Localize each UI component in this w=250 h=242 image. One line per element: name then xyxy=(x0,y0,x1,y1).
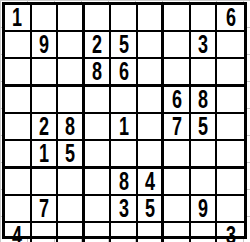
cell-r5c6[interactable] xyxy=(138,114,165,141)
given-digit: 1 xyxy=(118,114,128,139)
given-digit: 4 xyxy=(12,223,22,242)
cell-r2c5[interactable]: 5 xyxy=(111,32,138,59)
cell-r4c5[interactable] xyxy=(111,87,138,114)
cell-r1c8[interactable] xyxy=(191,5,218,32)
cell-r7c3[interactable] xyxy=(58,169,85,196)
cell-r2c1[interactable] xyxy=(5,32,32,59)
cell-r2c8[interactable]: 3 xyxy=(191,32,218,59)
given-digit: 6 xyxy=(226,5,236,30)
cell-r7c9[interactable] xyxy=(217,169,244,196)
cell-r1c6[interactable] xyxy=(138,5,165,32)
cell-r6c8[interactable] xyxy=(191,141,218,169)
cell-r9c4[interactable] xyxy=(85,223,112,242)
cell-r4c6[interactable] xyxy=(138,87,165,114)
cell-r5c7[interactable]: 7 xyxy=(164,114,191,141)
given-digit: 5 xyxy=(145,196,155,221)
cell-r6c6[interactable] xyxy=(138,141,165,169)
cell-r5c4[interactable] xyxy=(85,114,112,141)
cell-r2c3[interactable] xyxy=(58,32,85,59)
cell-r6c2[interactable]: 1 xyxy=(32,141,59,169)
cell-r9c8[interactable] xyxy=(191,223,218,242)
given-digit: 5 xyxy=(65,141,75,166)
cell-r4c9[interactable] xyxy=(217,87,244,114)
given-digit: 7 xyxy=(39,196,49,221)
cell-r9c2[interactable] xyxy=(32,223,59,242)
cell-r3c6[interactable] xyxy=(138,59,165,87)
given-digit: 4 xyxy=(145,169,155,194)
cell-r1c1[interactable]: 1 xyxy=(5,5,32,32)
given-digit: 8 xyxy=(65,114,75,139)
cell-r7c4[interactable] xyxy=(85,169,112,196)
cell-r8c3[interactable] xyxy=(58,196,85,223)
given-digit: 5 xyxy=(118,32,128,57)
given-digit: 9 xyxy=(39,32,49,57)
cell-r5c9[interactable] xyxy=(217,114,244,141)
cell-r2c7[interactable] xyxy=(164,32,191,59)
cell-r1c7[interactable] xyxy=(164,5,191,32)
cell-r9c7[interactable] xyxy=(164,223,191,242)
given-digit: 1 xyxy=(12,5,22,30)
cell-r6c4[interactable] xyxy=(85,141,112,169)
cell-r8c6[interactable]: 5 xyxy=(138,196,165,223)
cell-r8c4[interactable] xyxy=(85,196,112,223)
cell-r6c3[interactable]: 5 xyxy=(58,141,85,169)
cell-r1c3[interactable] xyxy=(58,5,85,32)
cell-r6c9[interactable] xyxy=(217,141,244,169)
cell-r9c9[interactable]: 3 xyxy=(217,223,244,242)
given-digit: 5 xyxy=(198,114,208,139)
given-digit: 6 xyxy=(172,87,182,112)
given-digit: 1 xyxy=(39,141,49,166)
cell-r3c9[interactable] xyxy=(217,59,244,87)
cell-r4c2[interactable] xyxy=(32,87,59,114)
cell-r3c2[interactable] xyxy=(32,59,59,87)
given-digit: 8 xyxy=(92,59,102,84)
cell-r1c2[interactable] xyxy=(32,5,59,32)
cell-r6c5[interactable] xyxy=(111,141,138,169)
cell-r4c7[interactable]: 6 xyxy=(164,87,191,114)
cell-r8c7[interactable] xyxy=(164,196,191,223)
cell-r4c8[interactable]: 8 xyxy=(191,87,218,114)
cell-r8c5[interactable]: 3 xyxy=(111,196,138,223)
page-background: 1692538668281751584735943 xyxy=(0,0,250,242)
cell-r4c4[interactable] xyxy=(85,87,112,114)
given-digit: 3 xyxy=(226,223,236,242)
cell-r1c5[interactable] xyxy=(111,5,138,32)
cell-r1c9[interactable]: 6 xyxy=(217,5,244,32)
cell-r7c2[interactable] xyxy=(32,169,59,196)
cell-r3c7[interactable] xyxy=(164,59,191,87)
cell-r8c1[interactable] xyxy=(5,196,32,223)
cell-r5c2[interactable]: 2 xyxy=(32,114,59,141)
cell-r4c3[interactable] xyxy=(58,87,85,114)
cell-r5c8[interactable]: 5 xyxy=(191,114,218,141)
cell-r3c1[interactable] xyxy=(5,59,32,87)
cell-r3c3[interactable] xyxy=(58,59,85,87)
given-digit: 9 xyxy=(198,196,208,221)
cell-r8c2[interactable]: 7 xyxy=(32,196,59,223)
cell-r8c9[interactable] xyxy=(217,196,244,223)
given-digit: 2 xyxy=(39,114,49,139)
cell-r6c7[interactable] xyxy=(164,141,191,169)
cell-r8c8[interactable]: 9 xyxy=(191,196,218,223)
cell-r9c1[interactable]: 4 xyxy=(5,223,32,242)
cell-r7c1[interactable] xyxy=(5,169,32,196)
given-digit: 6 xyxy=(118,59,128,84)
cell-r3c4[interactable]: 8 xyxy=(85,59,112,87)
cell-r9c5[interactable] xyxy=(111,223,138,242)
cell-r7c5[interactable]: 8 xyxy=(111,169,138,196)
given-digit: 8 xyxy=(118,169,128,194)
cell-r7c6[interactable]: 4 xyxy=(138,169,165,196)
given-digit: 3 xyxy=(198,32,208,57)
cell-r6c1[interactable] xyxy=(5,141,32,169)
cell-r9c3[interactable] xyxy=(58,223,85,242)
cell-r5c1[interactable] xyxy=(5,114,32,141)
cell-r9c6[interactable] xyxy=(138,223,165,242)
given-digit: 2 xyxy=(92,32,102,57)
given-digit: 3 xyxy=(118,196,128,221)
given-digit: 8 xyxy=(198,87,208,112)
cell-r2c6[interactable] xyxy=(138,32,165,59)
cell-r3c5[interactable]: 6 xyxy=(111,59,138,87)
cell-r2c4[interactable]: 2 xyxy=(85,32,112,59)
cell-r5c3[interactable]: 8 xyxy=(58,114,85,141)
cell-r2c2[interactable]: 9 xyxy=(32,32,59,59)
cell-r3c8[interactable] xyxy=(191,59,218,87)
cell-r4c1[interactable] xyxy=(5,87,32,114)
cell-r2c9[interactable] xyxy=(217,32,244,59)
cell-r5c5[interactable]: 1 xyxy=(111,114,138,141)
given-digit: 7 xyxy=(172,114,182,139)
cell-r1c4[interactable] xyxy=(85,5,112,32)
sudoku-board: 1692538668281751584735943 xyxy=(2,2,247,239)
cell-r7c7[interactable] xyxy=(164,169,191,196)
cell-r7c8[interactable] xyxy=(191,169,218,196)
